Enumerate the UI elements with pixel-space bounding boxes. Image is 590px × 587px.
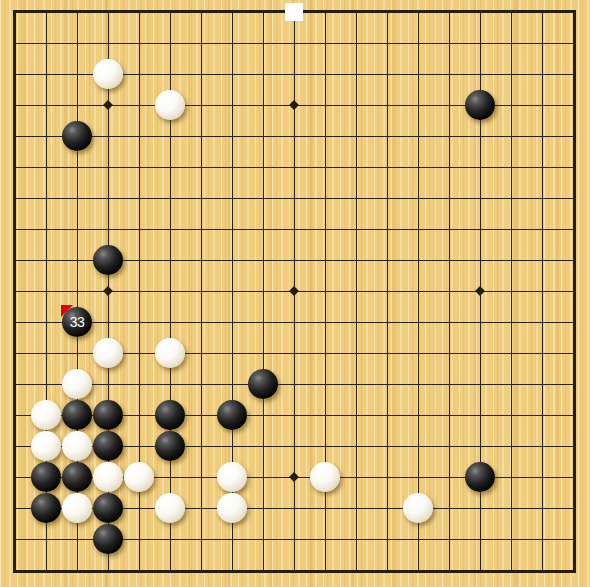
intersection-13-7[interactable] — [372, 183, 403, 214]
intersection-12-3[interactable] — [341, 59, 372, 90]
intersection-2-9[interactable] — [31, 245, 62, 276]
intersection-15-9[interactable] — [434, 245, 465, 276]
intersection-19-5[interactable] — [558, 121, 589, 152]
intersection-12-12[interactable] — [341, 338, 372, 369]
intersection-14-7[interactable] — [403, 183, 434, 214]
intersection-7-17[interactable] — [186, 493, 217, 524]
intersection-1-13[interactable] — [0, 369, 31, 400]
intersection-17-2[interactable] — [496, 28, 527, 59]
intersection-2-16[interactable] — [31, 462, 62, 493]
intersection-3-7[interactable] — [62, 183, 93, 214]
intersection-4-16[interactable] — [93, 462, 124, 493]
intersection-8-5[interactable] — [217, 121, 248, 152]
intersection-5-2[interactable] — [124, 28, 155, 59]
intersection-10-2[interactable] — [279, 28, 310, 59]
intersection-17-7[interactable] — [496, 183, 527, 214]
intersection-14-12[interactable] — [403, 338, 434, 369]
intersection-5-11[interactable] — [124, 307, 155, 338]
intersection-15-19[interactable] — [434, 555, 465, 586]
intersection-6-12[interactable] — [155, 338, 186, 369]
intersection-18-12[interactable] — [527, 338, 558, 369]
intersection-5-6[interactable] — [124, 152, 155, 183]
intersection-3-8[interactable] — [62, 214, 93, 245]
intersection-6-9[interactable] — [155, 245, 186, 276]
intersection-16-4[interactable] — [465, 90, 496, 121]
intersection-6-4[interactable] — [155, 90, 186, 121]
intersection-10-4[interactable] — [279, 90, 310, 121]
intersection-14-9[interactable] — [403, 245, 434, 276]
intersection-12-5[interactable] — [341, 121, 372, 152]
intersection-13-8[interactable] — [372, 214, 403, 245]
intersection-9-2[interactable] — [248, 28, 279, 59]
intersection-9-1[interactable] — [248, 0, 279, 28]
intersection-13-18[interactable] — [372, 524, 403, 555]
intersection-15-17[interactable] — [434, 493, 465, 524]
intersection-14-17[interactable] — [403, 493, 434, 524]
intersection-5-17[interactable] — [124, 493, 155, 524]
intersection-9-3[interactable] — [248, 59, 279, 90]
intersection-8-15[interactable] — [217, 431, 248, 462]
intersection-4-3[interactable] — [93, 59, 124, 90]
intersection-17-9[interactable] — [496, 245, 527, 276]
intersection-7-14[interactable] — [186, 400, 217, 431]
intersection-2-11[interactable] — [31, 307, 62, 338]
intersection-12-19[interactable] — [341, 555, 372, 586]
intersection-2-14[interactable] — [31, 400, 62, 431]
intersection-18-16[interactable] — [527, 462, 558, 493]
intersection-4-6[interactable] — [93, 152, 124, 183]
intersection-6-18[interactable] — [155, 524, 186, 555]
intersection-2-10[interactable] — [31, 276, 62, 307]
intersection-15-1[interactable] — [434, 0, 465, 28]
intersection-19-3[interactable] — [558, 59, 589, 90]
intersection-13-14[interactable] — [372, 400, 403, 431]
intersection-16-18[interactable] — [465, 524, 496, 555]
intersection-2-5[interactable] — [31, 121, 62, 152]
intersection-17-4[interactable] — [496, 90, 527, 121]
intersection-7-15[interactable] — [186, 431, 217, 462]
intersection-6-10[interactable] — [155, 276, 186, 307]
intersection-14-18[interactable] — [403, 524, 434, 555]
intersection-2-4[interactable] — [31, 90, 62, 121]
intersection-1-14[interactable] — [0, 400, 31, 431]
intersection-1-11[interactable] — [0, 307, 31, 338]
intersection-11-7[interactable] — [310, 183, 341, 214]
intersection-3-2[interactable] — [62, 28, 93, 59]
intersection-5-18[interactable] — [124, 524, 155, 555]
intersection-11-8[interactable] — [310, 214, 341, 245]
intersection-2-19[interactable] — [31, 555, 62, 586]
intersection-9-16[interactable] — [248, 462, 279, 493]
intersection-13-13[interactable] — [372, 369, 403, 400]
intersection-11-9[interactable] — [310, 245, 341, 276]
intersection-18-7[interactable] — [527, 183, 558, 214]
intersection-9-19[interactable] — [248, 555, 279, 586]
intersection-12-7[interactable] — [341, 183, 372, 214]
intersection-5-16[interactable] — [124, 462, 155, 493]
intersection-10-5[interactable] — [279, 121, 310, 152]
intersection-1-8[interactable] — [0, 214, 31, 245]
intersection-15-14[interactable] — [434, 400, 465, 431]
intersection-9-8[interactable] — [248, 214, 279, 245]
intersection-11-2[interactable] — [310, 28, 341, 59]
intersection-16-14[interactable] — [465, 400, 496, 431]
intersection-11-14[interactable] — [310, 400, 341, 431]
intersection-14-6[interactable] — [403, 152, 434, 183]
intersection-14-16[interactable] — [403, 462, 434, 493]
intersection-7-12[interactable] — [186, 338, 217, 369]
intersection-8-1[interactable] — [217, 0, 248, 28]
intersection-4-19[interactable] — [93, 555, 124, 586]
intersection-5-15[interactable] — [124, 431, 155, 462]
intersection-18-10[interactable] — [527, 276, 558, 307]
intersection-5-13[interactable] — [124, 369, 155, 400]
intersection-11-4[interactable] — [310, 90, 341, 121]
intersection-8-9[interactable] — [217, 245, 248, 276]
intersection-17-19[interactable] — [496, 555, 527, 586]
intersection-13-12[interactable] — [372, 338, 403, 369]
intersection-13-10[interactable] — [372, 276, 403, 307]
intersection-9-15[interactable] — [248, 431, 279, 462]
intersection-5-14[interactable] — [124, 400, 155, 431]
intersection-19-6[interactable] — [558, 152, 589, 183]
intersection-4-9[interactable] — [93, 245, 124, 276]
intersection-19-17[interactable] — [558, 493, 589, 524]
intersection-13-15[interactable] — [372, 431, 403, 462]
intersection-16-17[interactable] — [465, 493, 496, 524]
intersection-3-6[interactable] — [62, 152, 93, 183]
intersection-15-13[interactable] — [434, 369, 465, 400]
intersection-5-12[interactable] — [124, 338, 155, 369]
intersection-1-9[interactable] — [0, 245, 31, 276]
intersection-7-16[interactable] — [186, 462, 217, 493]
intersection-15-18[interactable] — [434, 524, 465, 555]
intersection-4-10[interactable] — [93, 276, 124, 307]
intersection-6-14[interactable] — [155, 400, 186, 431]
intersection-17-6[interactable] — [496, 152, 527, 183]
intersection-19-12[interactable] — [558, 338, 589, 369]
intersection-11-15[interactable] — [310, 431, 341, 462]
intersection-4-8[interactable] — [93, 214, 124, 245]
intersection-15-16[interactable] — [434, 462, 465, 493]
intersection-5-10[interactable] — [124, 276, 155, 307]
intersection-19-1[interactable] — [558, 0, 589, 28]
intersection-14-3[interactable] — [403, 59, 434, 90]
intersection-8-19[interactable] — [217, 555, 248, 586]
intersection-3-1[interactable] — [62, 0, 93, 28]
intersection-15-12[interactable] — [434, 338, 465, 369]
intersection-18-2[interactable] — [527, 28, 558, 59]
intersection-7-7[interactable] — [186, 183, 217, 214]
intersection-6-13[interactable] — [155, 369, 186, 400]
intersection-10-6[interactable] — [279, 152, 310, 183]
intersection-16-5[interactable] — [465, 121, 496, 152]
intersection-18-18[interactable] — [527, 524, 558, 555]
intersection-11-17[interactable] — [310, 493, 341, 524]
intersection-12-13[interactable] — [341, 369, 372, 400]
intersection-10-12[interactable] — [279, 338, 310, 369]
intersection-12-15[interactable] — [341, 431, 372, 462]
intersection-6-11[interactable] — [155, 307, 186, 338]
intersection-17-18[interactable] — [496, 524, 527, 555]
intersection-6-3[interactable] — [155, 59, 186, 90]
intersection-13-9[interactable] — [372, 245, 403, 276]
intersection-12-10[interactable] — [341, 276, 372, 307]
intersection-17-15[interactable] — [496, 431, 527, 462]
intersection-3-11[interactable]: 33 — [62, 307, 93, 338]
intersection-13-11[interactable] — [372, 307, 403, 338]
intersection-12-17[interactable] — [341, 493, 372, 524]
intersection-2-6[interactable] — [31, 152, 62, 183]
intersection-3-10[interactable] — [62, 276, 93, 307]
intersection-10-3[interactable] — [279, 59, 310, 90]
intersection-13-16[interactable] — [372, 462, 403, 493]
intersection-5-8[interactable] — [124, 214, 155, 245]
intersection-18-5[interactable] — [527, 121, 558, 152]
intersection-6-17[interactable] — [155, 493, 186, 524]
intersection-1-10[interactable] — [0, 276, 31, 307]
intersection-1-17[interactable] — [0, 493, 31, 524]
intersection-18-19[interactable] — [527, 555, 558, 586]
intersection-17-16[interactable] — [496, 462, 527, 493]
intersection-15-11[interactable] — [434, 307, 465, 338]
intersection-8-2[interactable] — [217, 28, 248, 59]
intersection-7-18[interactable] — [186, 524, 217, 555]
intersection-8-7[interactable] — [217, 183, 248, 214]
intersection-16-15[interactable] — [465, 431, 496, 462]
intersection-18-17[interactable] — [527, 493, 558, 524]
intersection-5-3[interactable] — [124, 59, 155, 90]
intersection-15-15[interactable] — [434, 431, 465, 462]
intersection-7-4[interactable] — [186, 90, 217, 121]
intersection-3-3[interactable] — [62, 59, 93, 90]
intersection-14-4[interactable] — [403, 90, 434, 121]
intersection-17-1[interactable] — [496, 0, 527, 28]
intersection-8-17[interactable] — [217, 493, 248, 524]
intersection-6-2[interactable] — [155, 28, 186, 59]
intersection-12-6[interactable] — [341, 152, 372, 183]
intersection-17-10[interactable] — [496, 276, 527, 307]
intersection-6-5[interactable] — [155, 121, 186, 152]
intersection-7-6[interactable] — [186, 152, 217, 183]
intersection-11-5[interactable] — [310, 121, 341, 152]
intersection-16-2[interactable] — [465, 28, 496, 59]
intersection-2-7[interactable] — [31, 183, 62, 214]
intersection-15-8[interactable] — [434, 214, 465, 245]
intersection-14-14[interactable] — [403, 400, 434, 431]
intersection-9-12[interactable] — [248, 338, 279, 369]
intersection-9-9[interactable] — [248, 245, 279, 276]
intersection-16-3[interactable] — [465, 59, 496, 90]
intersection-9-18[interactable] — [248, 524, 279, 555]
intersection-11-11[interactable] — [310, 307, 341, 338]
intersection-4-18[interactable] — [93, 524, 124, 555]
intersection-6-15[interactable] — [155, 431, 186, 462]
intersection-14-13[interactable] — [403, 369, 434, 400]
intersection-9-5[interactable] — [248, 121, 279, 152]
intersection-11-13[interactable] — [310, 369, 341, 400]
intersection-1-6[interactable] — [0, 152, 31, 183]
intersection-9-4[interactable] — [248, 90, 279, 121]
intersection-6-8[interactable] — [155, 214, 186, 245]
intersection-7-9[interactable] — [186, 245, 217, 276]
intersection-14-8[interactable] — [403, 214, 434, 245]
intersection-1-4[interactable] — [0, 90, 31, 121]
intersection-11-16[interactable] — [310, 462, 341, 493]
intersection-19-13[interactable] — [558, 369, 589, 400]
intersection-15-10[interactable] — [434, 276, 465, 307]
intersection-3-13[interactable] — [62, 369, 93, 400]
intersection-4-17[interactable] — [93, 493, 124, 524]
intersection-5-9[interactable] — [124, 245, 155, 276]
intersection-19-16[interactable] — [558, 462, 589, 493]
intersection-10-10[interactable] — [279, 276, 310, 307]
intersection-6-16[interactable] — [155, 462, 186, 493]
intersection-4-11[interactable] — [93, 307, 124, 338]
intersection-12-4[interactable] — [341, 90, 372, 121]
intersection-10-15[interactable] — [279, 431, 310, 462]
intersection-14-5[interactable] — [403, 121, 434, 152]
intersection-15-7[interactable] — [434, 183, 465, 214]
intersection-9-11[interactable] — [248, 307, 279, 338]
intersection-1-7[interactable] — [0, 183, 31, 214]
intersection-2-18[interactable] — [31, 524, 62, 555]
intersection-10-9[interactable] — [279, 245, 310, 276]
intersection-16-6[interactable] — [465, 152, 496, 183]
intersection-1-18[interactable] — [0, 524, 31, 555]
intersection-11-10[interactable] — [310, 276, 341, 307]
intersection-10-13[interactable] — [279, 369, 310, 400]
intersection-3-16[interactable] — [62, 462, 93, 493]
intersection-1-19[interactable] — [0, 555, 31, 586]
intersection-3-12[interactable] — [62, 338, 93, 369]
intersection-2-17[interactable] — [31, 493, 62, 524]
intersection-10-19[interactable] — [279, 555, 310, 586]
intersection-7-13[interactable] — [186, 369, 217, 400]
intersection-14-10[interactable] — [403, 276, 434, 307]
intersection-10-7[interactable] — [279, 183, 310, 214]
intersection-13-3[interactable] — [372, 59, 403, 90]
intersection-15-6[interactable] — [434, 152, 465, 183]
intersection-10-17[interactable] — [279, 493, 310, 524]
intersection-10-18[interactable] — [279, 524, 310, 555]
intersection-8-11[interactable] — [217, 307, 248, 338]
intersection-2-2[interactable] — [31, 28, 62, 59]
intersection-10-14[interactable] — [279, 400, 310, 431]
intersection-13-17[interactable] — [372, 493, 403, 524]
intersection-13-1[interactable] — [372, 0, 403, 28]
intersection-13-5[interactable] — [372, 121, 403, 152]
intersection-16-16[interactable] — [465, 462, 496, 493]
intersection-8-12[interactable] — [217, 338, 248, 369]
intersection-3-15[interactable] — [62, 431, 93, 462]
intersection-12-1[interactable] — [341, 0, 372, 28]
intersection-10-16[interactable] — [279, 462, 310, 493]
intersection-2-8[interactable] — [31, 214, 62, 245]
intersection-12-8[interactable] — [341, 214, 372, 245]
intersection-12-9[interactable] — [341, 245, 372, 276]
intersection-19-8[interactable] — [558, 214, 589, 245]
intersection-16-13[interactable] — [465, 369, 496, 400]
intersection-4-5[interactable] — [93, 121, 124, 152]
intersection-18-8[interactable] — [527, 214, 558, 245]
intersection-17-11[interactable] — [496, 307, 527, 338]
intersection-16-7[interactable] — [465, 183, 496, 214]
intersection-2-1[interactable] — [31, 0, 62, 28]
intersection-5-4[interactable] — [124, 90, 155, 121]
intersection-14-1[interactable] — [403, 0, 434, 28]
intersection-18-11[interactable] — [527, 307, 558, 338]
intersection-6-19[interactable] — [155, 555, 186, 586]
intersection-3-9[interactable] — [62, 245, 93, 276]
intersection-9-14[interactable] — [248, 400, 279, 431]
intersection-13-6[interactable] — [372, 152, 403, 183]
intersection-9-7[interactable] — [248, 183, 279, 214]
intersection-3-14[interactable] — [62, 400, 93, 431]
intersection-14-2[interactable] — [403, 28, 434, 59]
intersection-4-1[interactable] — [93, 0, 124, 28]
intersection-12-16[interactable] — [341, 462, 372, 493]
intersection-18-1[interactable] — [527, 0, 558, 28]
intersection-17-13[interactable] — [496, 369, 527, 400]
intersection-8-10[interactable] — [217, 276, 248, 307]
intersection-18-13[interactable] — [527, 369, 558, 400]
intersection-17-12[interactable] — [496, 338, 527, 369]
intersection-3-5[interactable] — [62, 121, 93, 152]
intersection-8-6[interactable] — [217, 152, 248, 183]
intersection-19-2[interactable] — [558, 28, 589, 59]
intersection-8-14[interactable] — [217, 400, 248, 431]
intersection-8-18[interactable] — [217, 524, 248, 555]
intersection-9-6[interactable] — [248, 152, 279, 183]
intersection-15-2[interactable] — [434, 28, 465, 59]
intersection-4-14[interactable] — [93, 400, 124, 431]
intersection-4-13[interactable] — [93, 369, 124, 400]
intersection-8-8[interactable] — [217, 214, 248, 245]
intersection-3-19[interactable] — [62, 555, 93, 586]
intersection-3-18[interactable] — [62, 524, 93, 555]
intersection-19-19[interactable] — [558, 555, 589, 586]
intersection-4-7[interactable] — [93, 183, 124, 214]
intersection-2-3[interactable] — [31, 59, 62, 90]
intersection-16-1[interactable] — [465, 0, 496, 28]
intersection-18-6[interactable] — [527, 152, 558, 183]
intersection-5-7[interactable] — [124, 183, 155, 214]
intersection-9-13[interactable] — [248, 369, 279, 400]
intersection-4-15[interactable] — [93, 431, 124, 462]
intersection-1-1[interactable] — [0, 0, 31, 28]
intersection-8-16[interactable] — [217, 462, 248, 493]
intersection-16-10[interactable] — [465, 276, 496, 307]
intersection-7-2[interactable] — [186, 28, 217, 59]
intersection-16-9[interactable] — [465, 245, 496, 276]
intersection-4-4[interactable] — [93, 90, 124, 121]
intersection-13-4[interactable] — [372, 90, 403, 121]
intersection-8-3[interactable] — [217, 59, 248, 90]
intersection-9-17[interactable] — [248, 493, 279, 524]
intersection-19-7[interactable] — [558, 183, 589, 214]
intersection-1-3[interactable] — [0, 59, 31, 90]
intersection-12-14[interactable] — [341, 400, 372, 431]
intersection-13-19[interactable] — [372, 555, 403, 586]
intersection-19-4[interactable] — [558, 90, 589, 121]
intersection-15-5[interactable] — [434, 121, 465, 152]
intersection-7-10[interactable] — [186, 276, 217, 307]
intersection-5-1[interactable] — [124, 0, 155, 28]
intersection-1-12[interactable] — [0, 338, 31, 369]
intersection-11-6[interactable] — [310, 152, 341, 183]
intersection-16-19[interactable] — [465, 555, 496, 586]
